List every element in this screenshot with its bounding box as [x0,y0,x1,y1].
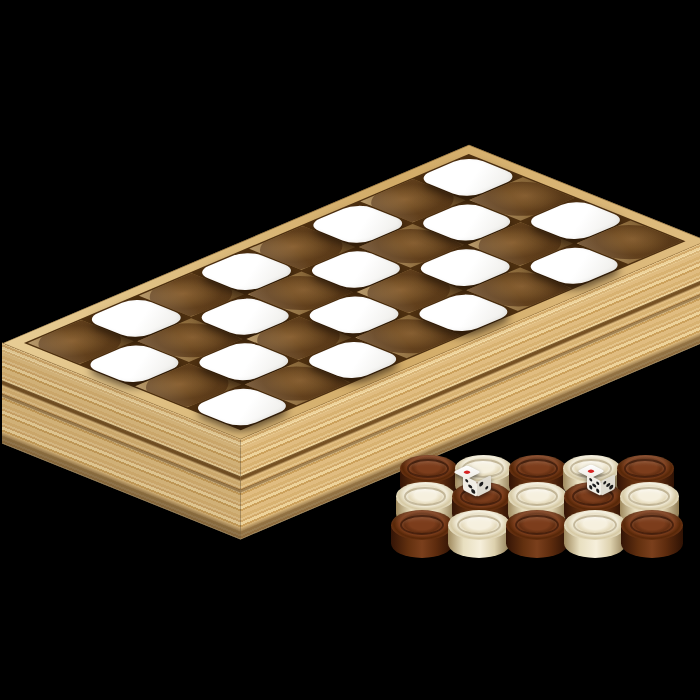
die-pip [592,482,596,487]
checker-top [506,510,568,540]
checker-top [564,510,626,540]
checker-top [448,510,510,540]
die-pip [596,480,600,485]
die-pip [463,470,471,474]
die-right-face [477,475,491,497]
die-pip [468,483,472,488]
checker-top [620,482,679,511]
checker-top [391,510,453,540]
checker-top [396,482,455,511]
die-pip [596,488,600,493]
die-pip [589,477,593,482]
checker-dark [391,510,453,558]
die-pip [472,489,476,494]
die-right-face [601,474,615,496]
product-photo-stage [0,0,700,700]
die-pip [485,485,489,490]
checker-top [400,455,457,482]
checker-top [508,482,567,511]
die-pip [587,469,595,473]
checker-top [617,455,674,482]
die-pip [589,484,593,489]
checker-dark [506,510,568,558]
checker-light [448,510,510,558]
checker-top [509,455,566,482]
die [587,469,615,497]
checker-dark [621,510,683,558]
die-pip [610,485,614,490]
checker-top [621,510,683,540]
die-pip [479,481,483,486]
die [463,470,491,498]
checker-light [564,510,626,558]
